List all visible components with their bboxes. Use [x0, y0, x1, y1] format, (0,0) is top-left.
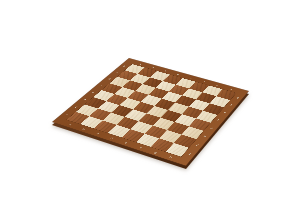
playing-field [67, 64, 236, 157]
chessboard: abcdefgh abcdefgh 87654321 87654321 [52, 58, 249, 166]
product-photo: abcdefgh abcdefgh 87654321 87654321 [0, 0, 300, 220]
